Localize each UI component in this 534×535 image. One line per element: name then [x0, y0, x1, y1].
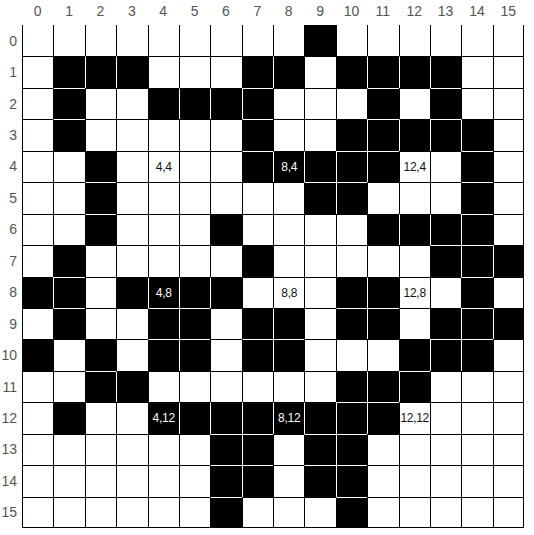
- cell-6-5[interactable]: [210, 182, 241, 213]
- cell-12-11[interactable]: [399, 371, 430, 402]
- cell-12-1[interactable]: [399, 56, 430, 87]
- cell-5-14[interactable]: [179, 465, 210, 496]
- cell-14-3[interactable]: [461, 119, 492, 150]
- row-label-3: 3: [0, 119, 17, 150]
- cell-12-6[interactable]: [399, 214, 430, 245]
- cell-0-3[interactable]: [22, 119, 53, 150]
- cell-10-13[interactable]: [336, 434, 367, 465]
- cell-0-1[interactable]: [22, 56, 53, 87]
- cell-10-5[interactable]: [336, 182, 367, 213]
- cell-12-4[interactable]: 12,4: [399, 151, 430, 182]
- cell-7-4[interactable]: [242, 151, 273, 182]
- cell-6-10[interactable]: [210, 339, 241, 370]
- cell-11-7[interactable]: [367, 245, 398, 276]
- cell-13-7[interactable]: [430, 245, 461, 276]
- cell-11-3[interactable]: [367, 119, 398, 150]
- cell-9-8[interactable]: [304, 277, 335, 308]
- cell-12-12[interactable]: 12,12: [399, 402, 430, 433]
- cell-15-15[interactable]: [493, 497, 524, 528]
- row-label-6: 6: [0, 214, 17, 245]
- cell-0-4[interactable]: [22, 151, 53, 182]
- cell-10-4[interactable]: [336, 151, 367, 182]
- cell-3-12[interactable]: [116, 402, 147, 433]
- cell-14-1[interactable]: [461, 56, 492, 87]
- cell-1-13[interactable]: [53, 434, 84, 465]
- cell-6-4[interactable]: [210, 151, 241, 182]
- cell-7-15[interactable]: [242, 497, 273, 528]
- cell-12-0[interactable]: [399, 25, 430, 56]
- cell-8-3[interactable]: [273, 119, 304, 150]
- cell-3-2[interactable]: [116, 88, 147, 119]
- cell-3-3[interactable]: [116, 119, 147, 150]
- cell-10-9[interactable]: [336, 308, 367, 339]
- cell-6-15[interactable]: [210, 497, 241, 528]
- cell-7-5[interactable]: [242, 182, 273, 213]
- cell-5-2[interactable]: [179, 88, 210, 119]
- cell-13-15[interactable]: [430, 497, 461, 528]
- col-label-8: 8: [273, 2, 304, 20]
- cell-14-7[interactable]: [461, 245, 492, 276]
- cell-6-2[interactable]: [210, 88, 241, 119]
- cell-2-12[interactable]: [85, 402, 116, 433]
- grid-board: 4,48,412,44,88,812,84,128,1212,12: [22, 25, 524, 528]
- cell-9-15[interactable]: [304, 497, 335, 528]
- cell-3-5[interactable]: [116, 182, 147, 213]
- cell-10-8[interactable]: [336, 277, 367, 308]
- cell-10-2[interactable]: [336, 88, 367, 119]
- cell-4-2[interactable]: [148, 88, 179, 119]
- cell-4-15[interactable]: [148, 497, 179, 528]
- cell-2-10[interactable]: [85, 339, 116, 370]
- cell-14-4[interactable]: [461, 151, 492, 182]
- cell-7-11[interactable]: [242, 371, 273, 402]
- cell-13-8[interactable]: [430, 277, 461, 308]
- col-label-0: 0: [22, 2, 53, 20]
- cell-5-3[interactable]: [179, 119, 210, 150]
- cell-7-3[interactable]: [242, 119, 273, 150]
- cell-3-6[interactable]: [116, 214, 147, 245]
- cell-15-11[interactable]: [493, 371, 524, 402]
- cell-4-3[interactable]: [148, 119, 179, 150]
- cell-8-15[interactable]: [273, 497, 304, 528]
- col-label-3: 3: [116, 2, 147, 20]
- cell-8-9[interactable]: [273, 308, 304, 339]
- cell-13-1[interactable]: [430, 56, 461, 87]
- cell-8-1[interactable]: [273, 56, 304, 87]
- cell-2-4[interactable]: [85, 151, 116, 182]
- cell-15-4[interactable]: [493, 151, 524, 182]
- cell-9-7[interactable]: [304, 245, 335, 276]
- col-label-10: 10: [336, 2, 367, 20]
- cell-15-1[interactable]: [493, 56, 524, 87]
- cell-5-4[interactable]: [179, 151, 210, 182]
- cell-8-4[interactable]: 8,4: [273, 151, 304, 182]
- cell-2-1[interactable]: [85, 56, 116, 87]
- row-label-4: 4: [0, 151, 17, 182]
- cell-4-13[interactable]: [148, 434, 179, 465]
- cell-7-13[interactable]: [242, 434, 273, 465]
- cell-1-9[interactable]: [53, 308, 84, 339]
- cell-9-11[interactable]: [304, 371, 335, 402]
- cell-6-1[interactable]: [210, 56, 241, 87]
- cell-9-14[interactable]: [304, 465, 335, 496]
- cell-4-0[interactable]: [148, 25, 179, 56]
- row-label-5: 5: [0, 182, 17, 213]
- cell-4-11[interactable]: [148, 371, 179, 402]
- cell-2-9[interactable]: [85, 308, 116, 339]
- row-label-11: 11: [0, 371, 17, 402]
- cell-10-14[interactable]: [336, 465, 367, 496]
- cell-7-14[interactable]: [242, 465, 273, 496]
- cell-15-6[interactable]: [493, 214, 524, 245]
- cell-14-2[interactable]: [461, 88, 492, 119]
- cell-12-2[interactable]: [399, 88, 430, 119]
- cell-12-10[interactable]: [399, 339, 430, 370]
- cell-0-14[interactable]: [22, 465, 53, 496]
- cell-0-0[interactable]: [22, 25, 53, 56]
- cell-0-7[interactable]: [22, 245, 53, 276]
- cell-10-10[interactable]: [336, 339, 367, 370]
- cell-9-5[interactable]: [304, 182, 335, 213]
- cell-3-1[interactable]: [116, 56, 147, 87]
- cell-7-10[interactable]: [242, 339, 273, 370]
- cell-1-5[interactable]: [53, 182, 84, 213]
- cell-6-6[interactable]: [210, 214, 241, 245]
- cell-15-8[interactable]: [493, 277, 524, 308]
- cell-13-10[interactable]: [430, 339, 461, 370]
- cell-3-9[interactable]: [116, 308, 147, 339]
- cell-0-8[interactable]: [22, 277, 53, 308]
- cell-7-2[interactable]: [242, 88, 273, 119]
- cell-7-7[interactable]: [242, 245, 273, 276]
- cell-0-6[interactable]: [22, 214, 53, 245]
- cell-15-3[interactable]: [493, 119, 524, 150]
- cell-11-11[interactable]: [367, 371, 398, 402]
- cell-12-3[interactable]: [399, 119, 430, 150]
- cell-0-9[interactable]: [22, 308, 53, 339]
- cell-8-14[interactable]: [273, 465, 304, 496]
- cell-13-4[interactable]: [430, 151, 461, 182]
- cell-15-13[interactable]: [493, 434, 524, 465]
- cell-1-1[interactable]: [53, 56, 84, 87]
- cell-8-2[interactable]: [273, 88, 304, 119]
- cell-1-10[interactable]: [53, 339, 84, 370]
- cell-11-10[interactable]: [367, 339, 398, 370]
- cell-4-1[interactable]: [148, 56, 179, 87]
- cell-2-15[interactable]: [85, 497, 116, 528]
- col-label-6: 6: [210, 2, 241, 20]
- cell-10-0[interactable]: [336, 25, 367, 56]
- cell-2-8[interactable]: [85, 277, 116, 308]
- row-label-8: 8: [0, 277, 17, 308]
- cell-7-8[interactable]: [242, 277, 273, 308]
- cell-9-3[interactable]: [304, 119, 335, 150]
- cell-0-2[interactable]: [22, 88, 53, 119]
- cell-9-13[interactable]: [304, 434, 335, 465]
- cell-14-14[interactable]: [461, 465, 492, 496]
- cell-3-10[interactable]: [116, 339, 147, 370]
- cell-4-6[interactable]: [148, 214, 179, 245]
- col-label-9: 9: [304, 2, 335, 20]
- cell-8-0[interactable]: [273, 25, 304, 56]
- cell-10-6[interactable]: [336, 214, 367, 245]
- cell-1-12[interactable]: [53, 402, 84, 433]
- cell-8-11[interactable]: [273, 371, 304, 402]
- cell-2-13[interactable]: [85, 434, 116, 465]
- cell-8-7[interactable]: [273, 245, 304, 276]
- cell-5-1[interactable]: [179, 56, 210, 87]
- col-label-11: 11: [367, 2, 398, 20]
- cell-3-15[interactable]: [116, 497, 147, 528]
- cell-2-2[interactable]: [85, 88, 116, 119]
- row-label-2: 2: [0, 88, 17, 119]
- cell-7-12[interactable]: [242, 402, 273, 433]
- cell-6-8[interactable]: [210, 277, 241, 308]
- cell-3-11[interactable]: [116, 371, 147, 402]
- cell-1-6[interactable]: [53, 214, 84, 245]
- cell-8-13[interactable]: [273, 434, 304, 465]
- cell-11-9[interactable]: [367, 308, 398, 339]
- cell-7-6[interactable]: [242, 214, 273, 245]
- cell-9-6[interactable]: [304, 214, 335, 245]
- col-label-15: 15: [493, 2, 524, 20]
- cell-3-7[interactable]: [116, 245, 147, 276]
- cell-2-7[interactable]: [85, 245, 116, 276]
- cell-5-9[interactable]: [179, 308, 210, 339]
- col-label-2: 2: [85, 2, 116, 20]
- cell-4-10[interactable]: [148, 339, 179, 370]
- cell-5-6[interactable]: [179, 214, 210, 245]
- cell-11-4[interactable]: [367, 151, 398, 182]
- cell-7-9[interactable]: [242, 308, 273, 339]
- cell-9-12[interactable]: [304, 402, 335, 433]
- cell-12-14[interactable]: [399, 465, 430, 496]
- cell-13-11[interactable]: [430, 371, 461, 402]
- cell-15-2[interactable]: [493, 88, 524, 119]
- cell-3-8[interactable]: [116, 277, 147, 308]
- cell-7-0[interactable]: [242, 25, 273, 56]
- cell-10-15[interactable]: [336, 497, 367, 528]
- cell-11-2[interactable]: [367, 88, 398, 119]
- cell-9-2[interactable]: [304, 88, 335, 119]
- cell-9-1[interactable]: [304, 56, 335, 87]
- cell-0-11[interactable]: [22, 371, 53, 402]
- cell-14-6[interactable]: [461, 214, 492, 245]
- row-label-0: 0: [0, 25, 17, 56]
- cell-11-5[interactable]: [367, 182, 398, 213]
- col-label-13: 13: [430, 2, 461, 20]
- cell-1-3[interactable]: [53, 119, 84, 150]
- cell-13-6[interactable]: [430, 214, 461, 245]
- cell-10-12[interactable]: [336, 402, 367, 433]
- cell-1-4[interactable]: [53, 151, 84, 182]
- cell-4-7[interactable]: [148, 245, 179, 276]
- cell-15-0[interactable]: [493, 25, 524, 56]
- cell-6-0[interactable]: [210, 25, 241, 56]
- cell-11-15[interactable]: [367, 497, 398, 528]
- cell-13-14[interactable]: [430, 465, 461, 496]
- cell-5-15[interactable]: [179, 497, 210, 528]
- row-label-14: 14: [0, 465, 17, 496]
- cell-9-10[interactable]: [304, 339, 335, 370]
- cell-15-5[interactable]: [493, 182, 524, 213]
- cell-3-4[interactable]: [116, 151, 147, 182]
- cell-14-13[interactable]: [461, 434, 492, 465]
- cell-12-13[interactable]: [399, 434, 430, 465]
- cell-11-14[interactable]: [367, 465, 398, 496]
- cell-0-5[interactable]: [22, 182, 53, 213]
- cell-9-4[interactable]: [304, 151, 335, 182]
- cell-5-8[interactable]: [179, 277, 210, 308]
- cell-2-3[interactable]: [85, 119, 116, 150]
- cell-12-5[interactable]: [399, 182, 430, 213]
- cell-10-7[interactable]: [336, 245, 367, 276]
- cell-0-13[interactable]: [22, 434, 53, 465]
- cell-1-11[interactable]: [53, 371, 84, 402]
- cell-15-7[interactable]: [493, 245, 524, 276]
- cell-15-10[interactable]: [493, 339, 524, 370]
- cell-0-12[interactable]: [22, 402, 53, 433]
- cell-6-7[interactable]: [210, 245, 241, 276]
- cell-6-11[interactable]: [210, 371, 241, 402]
- cell-15-12[interactable]: [493, 402, 524, 433]
- cell-4-8[interactable]: 4,8: [148, 277, 179, 308]
- cell-12-8[interactable]: 12,8: [399, 277, 430, 308]
- cell-10-11[interactable]: [336, 371, 367, 402]
- cell-11-8[interactable]: [367, 277, 398, 308]
- cell-1-8[interactable]: [53, 277, 84, 308]
- cell-5-11[interactable]: [179, 371, 210, 402]
- cell-15-14[interactable]: [493, 465, 524, 496]
- cell-2-14[interactable]: [85, 465, 116, 496]
- cell-7-1[interactable]: [242, 56, 273, 87]
- cell-1-2[interactable]: [53, 88, 84, 119]
- cell-8-12[interactable]: 8,12: [273, 402, 304, 433]
- col-label-1: 1: [53, 2, 84, 20]
- cell-14-15[interactable]: [461, 497, 492, 528]
- cell-11-6[interactable]: [367, 214, 398, 245]
- col-label-5: 5: [179, 2, 210, 20]
- row-label-13: 13: [0, 434, 17, 465]
- cell-1-0[interactable]: [53, 25, 84, 56]
- cell-5-0[interactable]: [179, 25, 210, 56]
- cell-10-1[interactable]: [336, 56, 367, 87]
- cell-14-8[interactable]: [461, 277, 492, 308]
- cell-2-5[interactable]: [85, 182, 116, 213]
- cell-2-6[interactable]: [85, 214, 116, 245]
- cell-4-14[interactable]: [148, 465, 179, 496]
- cell-6-14[interactable]: [210, 465, 241, 496]
- cell-2-11[interactable]: [85, 371, 116, 402]
- cell-11-1[interactable]: [367, 56, 398, 87]
- cell-10-3[interactable]: [336, 119, 367, 150]
- cell-4-9[interactable]: [148, 308, 179, 339]
- cell-1-14[interactable]: [53, 465, 84, 496]
- cell-12-9[interactable]: [399, 308, 430, 339]
- col-label-4: 4: [148, 2, 179, 20]
- row-label-12: 12: [0, 402, 17, 433]
- cell-5-13[interactable]: [179, 434, 210, 465]
- cell-4-12[interactable]: 4,12: [148, 402, 179, 433]
- cell-15-9[interactable]: [493, 308, 524, 339]
- cell-13-12[interactable]: [430, 402, 461, 433]
- cell-13-13[interactable]: [430, 434, 461, 465]
- cell-14-5[interactable]: [461, 182, 492, 213]
- cell-5-5[interactable]: [179, 182, 210, 213]
- cell-9-9[interactable]: [304, 308, 335, 339]
- cell-6-9[interactable]: [210, 308, 241, 339]
- cell-3-13[interactable]: [116, 434, 147, 465]
- cell-11-13[interactable]: [367, 434, 398, 465]
- cell-13-5[interactable]: [430, 182, 461, 213]
- cell-13-2[interactable]: [430, 88, 461, 119]
- col-label-7: 7: [242, 2, 273, 20]
- cell-8-10[interactable]: [273, 339, 304, 370]
- cell-2-0[interactable]: [85, 25, 116, 56]
- row-label-1: 1: [0, 56, 17, 87]
- cell-11-0[interactable]: [367, 25, 398, 56]
- cell-5-10[interactable]: [179, 339, 210, 370]
- cell-14-9[interactable]: [461, 308, 492, 339]
- cell-1-15[interactable]: [53, 497, 84, 528]
- cell-3-14[interactable]: [116, 465, 147, 496]
- cell-8-6[interactable]: [273, 214, 304, 245]
- row-label-7: 7: [0, 245, 17, 276]
- cell-5-7[interactable]: [179, 245, 210, 276]
- cell-8-8[interactable]: 8,8: [273, 277, 304, 308]
- cell-1-7[interactable]: [53, 245, 84, 276]
- cell-0-15[interactable]: [22, 497, 53, 528]
- row-label-9: 9: [0, 308, 17, 339]
- cell-4-4[interactable]: 4,4: [148, 151, 179, 182]
- cell-3-0[interactable]: [116, 25, 147, 56]
- col-label-12: 12: [399, 2, 430, 20]
- cell-9-0[interactable]: [304, 25, 335, 56]
- cell-6-13[interactable]: [210, 434, 241, 465]
- cell-12-15[interactable]: [399, 497, 430, 528]
- cell-11-12[interactable]: [367, 402, 398, 433]
- row-label-10: 10: [0, 339, 17, 370]
- cell-0-10[interactable]: [22, 339, 53, 370]
- cell-4-5[interactable]: [148, 182, 179, 213]
- cell-13-9[interactable]: [430, 308, 461, 339]
- col-label-14: 14: [461, 2, 492, 20]
- cell-6-3[interactable]: [210, 119, 241, 150]
- cell-13-0[interactable]: [430, 25, 461, 56]
- cell-13-3[interactable]: [430, 119, 461, 150]
- cell-14-0[interactable]: [461, 25, 492, 56]
- cell-14-11[interactable]: [461, 371, 492, 402]
- cell-6-12[interactable]: [210, 402, 241, 433]
- row-label-15: 15: [0, 497, 17, 528]
- cell-12-7[interactable]: [399, 245, 430, 276]
- cell-14-10[interactable]: [461, 339, 492, 370]
- cell-8-5[interactable]: [273, 182, 304, 213]
- cell-14-12[interactable]: [461, 402, 492, 433]
- board-canvas: 0123456789101112131415 01234567891011121…: [0, 0, 534, 535]
- cell-5-12[interactable]: [179, 402, 210, 433]
